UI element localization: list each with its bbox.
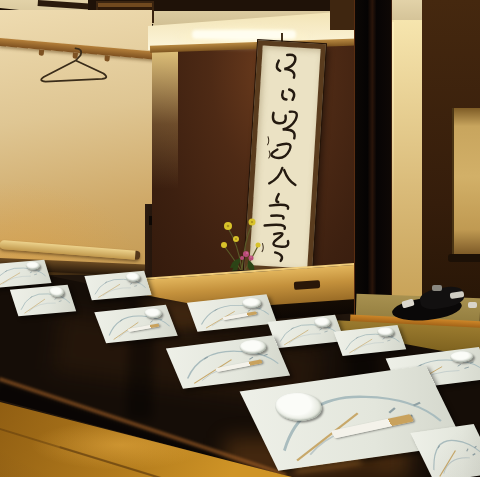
- placemat: [187, 294, 277, 331]
- placemat: [410, 424, 480, 477]
- placemat: [10, 285, 76, 316]
- placemat-print: [94, 305, 177, 343]
- placemat: [166, 335, 290, 388]
- placemat-print: [10, 285, 76, 316]
- placemat: [0, 260, 51, 289]
- placemat-print: [334, 325, 406, 356]
- placemat-print: [187, 294, 277, 331]
- placemat: [94, 305, 177, 343]
- placemat: [334, 325, 406, 356]
- photo-japanese-private-dining-room: [0, 0, 480, 477]
- placemat: [84, 271, 151, 301]
- placemat-print: [84, 271, 151, 301]
- placemat-print: [410, 424, 480, 477]
- placemat-print: [166, 335, 290, 388]
- place-settings: [0, 0, 480, 477]
